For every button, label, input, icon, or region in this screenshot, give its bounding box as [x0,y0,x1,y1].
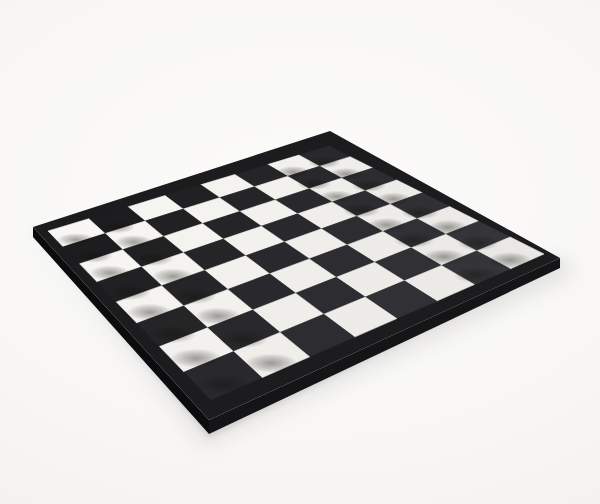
board-squares [48,146,544,400]
chessboard [0,0,600,504]
scene: ♜♟♞♟♝♟♛♟♚♟♟♝♜♟♟♞♞♟♟♜♝♟♟♛♟♚♟♝♟♞♟♜ [0,0,600,504]
